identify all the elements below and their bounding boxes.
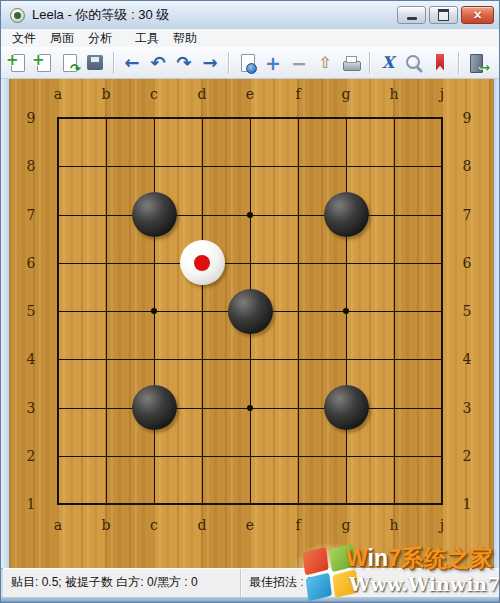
forward-icon[interactable]: →	[197, 50, 223, 76]
score-estimate-icon[interactable]	[401, 50, 427, 76]
status-bar: 贴目: 0.5; 被提子数 白方: 0/黑方 : 0 最佳招法 : D6	[3, 568, 499, 597]
coord-label-left: 8	[23, 158, 39, 174]
coord-label-left: 3	[23, 400, 39, 416]
window-frame-right	[493, 79, 500, 568]
coord-label-left: 2	[23, 448, 39, 464]
increase-icon[interactable]: +	[260, 50, 286, 76]
pass-icon[interactable]: ⇧	[312, 50, 338, 76]
print-icon[interactable]	[338, 50, 364, 76]
grid-line	[57, 117, 443, 119]
restore-icon	[438, 9, 449, 21]
toolbar-separator	[113, 52, 114, 74]
coord-label-right: 7	[459, 207, 475, 223]
close-icon: ×	[473, 8, 481, 22]
menu-item-position[interactable]: 局面	[43, 29, 81, 48]
coord-label-top: f	[290, 86, 306, 102]
coord-label-right: 4	[459, 351, 475, 367]
coord-label-left: 9	[23, 110, 39, 126]
coord-label-bottom: j	[434, 517, 450, 533]
black-stone	[324, 385, 369, 430]
black-stone	[132, 385, 177, 430]
close-button[interactable]: ×	[461, 6, 494, 24]
coord-label-top: j	[434, 86, 450, 102]
star-point	[151, 308, 157, 314]
menu-item-analysis[interactable]: 分析	[81, 29, 119, 48]
coord-label-bottom: e	[242, 517, 258, 533]
new-rated-game-icon[interactable]	[30, 50, 56, 76]
coord-label-right: 5	[459, 303, 475, 319]
coord-label-top: c	[146, 86, 162, 102]
redo-icon[interactable]: ↷	[171, 50, 197, 76]
coord-label-bottom: b	[98, 517, 114, 533]
window-frame-left	[1, 79, 10, 568]
toolbar: ←↶↷→+−⇧X	[1, 47, 499, 79]
toolbar-separator	[228, 52, 229, 74]
board-region: aabbccddeeffgghhjj998877665544332211	[1, 79, 500, 569]
black-stone	[132, 192, 177, 237]
maximize-button[interactable]	[429, 6, 458, 24]
menu-bar: 文件局面分析工具帮助	[1, 29, 499, 47]
grid-line	[57, 503, 443, 505]
coord-label-right: 8	[459, 158, 475, 174]
star-point	[247, 212, 253, 218]
exit-icon[interactable]	[464, 50, 490, 76]
coord-label-bottom: g	[338, 517, 354, 533]
coord-label-bottom: d	[194, 517, 210, 533]
coord-label-top: g	[338, 86, 354, 102]
coord-label-bottom: h	[386, 517, 402, 533]
menu-item-help[interactable]: 帮助	[166, 29, 204, 48]
coord-label-left: 1	[23, 496, 39, 512]
clear-icon[interactable]: X	[375, 50, 401, 76]
coord-label-right: 1	[459, 496, 475, 512]
last-move-marker	[194, 255, 210, 271]
new-game-icon[interactable]	[4, 50, 30, 76]
grid-line	[57, 263, 443, 264]
status-best-move: 最佳招法 : D6	[241, 569, 499, 597]
toolbar-separator	[458, 52, 459, 74]
star-point	[247, 405, 253, 411]
black-stone	[228, 289, 273, 334]
minimize-icon	[407, 17, 417, 20]
coord-label-bottom: a	[50, 517, 66, 533]
window-controls: ×	[397, 6, 494, 24]
grid-line	[57, 166, 443, 167]
grid-line	[57, 456, 443, 457]
coord-label-left: 7	[23, 207, 39, 223]
bookmark-icon[interactable]	[427, 50, 453, 76]
title-bar: Leela - 你的等级 : 30 级 ×	[1, 1, 499, 29]
app-icon	[10, 8, 25, 23]
minimize-button[interactable]	[397, 6, 426, 24]
coord-label-top: e	[242, 86, 258, 102]
menu-item-tools[interactable]: 工具	[128, 29, 166, 48]
star-point	[343, 308, 349, 314]
coord-label-left: 4	[23, 351, 39, 367]
coord-label-right: 2	[459, 448, 475, 464]
window-title: Leela - 你的等级 : 30 级	[32, 6, 169, 24]
analyze-icon[interactable]	[234, 50, 260, 76]
app-window: Leela - 你的等级 : 30 级 × 文件局面分析工具帮助 ←↶↷→+−⇧…	[0, 0, 500, 603]
coord-label-top: h	[386, 86, 402, 102]
coord-label-right: 3	[459, 400, 475, 416]
menu-item-file[interactable]: 文件	[5, 29, 43, 48]
coord-label-bottom: c	[146, 517, 162, 533]
coord-label-left: 6	[23, 255, 39, 271]
coord-label-top: b	[98, 86, 114, 102]
white-stone	[180, 240, 225, 285]
grid-line	[57, 359, 443, 360]
undo-icon[interactable]: ↶	[145, 50, 171, 76]
coord-label-bottom: f	[290, 517, 306, 533]
back-icon[interactable]: ←	[119, 50, 145, 76]
coord-label-top: d	[194, 86, 210, 102]
black-stone	[324, 192, 369, 237]
coord-label-left: 5	[23, 303, 39, 319]
status-komi-captures: 贴目: 0.5; 被提子数 白方: 0/黑方 : 0	[3, 569, 241, 597]
toolbar-separator	[369, 52, 370, 74]
open-game-icon[interactable]	[56, 50, 82, 76]
board-grid: aabbccddeeffgghhjj998877665544332211	[1, 79, 500, 568]
save-game-icon[interactable]	[82, 50, 108, 76]
decrease-icon[interactable]: −	[286, 50, 312, 76]
coord-label-right: 9	[459, 110, 475, 126]
window-frame-bottom	[1, 597, 499, 603]
coord-label-top: a	[50, 86, 66, 102]
coord-label-right: 6	[459, 255, 475, 271]
